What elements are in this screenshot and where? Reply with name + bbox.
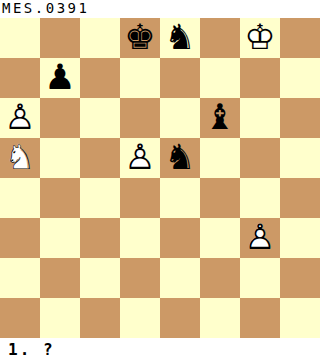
- square-d2[interactable]: [120, 258, 160, 298]
- square-b4[interactable]: [40, 178, 80, 218]
- chess-puzzle-window: MES.0391 ♚♞♚♔♟♟♙♝♞♘♟♙♞♟♙ 1. ?: [0, 0, 320, 360]
- square-d1[interactable]: [120, 298, 160, 338]
- square-e1[interactable]: [160, 298, 200, 338]
- square-g8[interactable]: ♚♔: [240, 18, 280, 58]
- square-b3[interactable]: [40, 218, 80, 258]
- square-g3[interactable]: ♟♙: [240, 218, 280, 258]
- piece-white-pawn: ♟♙: [0, 98, 40, 138]
- chess-board: ♚♞♚♔♟♟♙♝♞♘♟♙♞♟♙: [0, 18, 320, 338]
- square-b6[interactable]: [40, 98, 80, 138]
- square-f8[interactable]: [200, 18, 240, 58]
- square-b5[interactable]: [40, 138, 80, 178]
- piece-black-bishop: ♝: [200, 98, 240, 138]
- square-h8[interactable]: [280, 18, 320, 58]
- square-h5[interactable]: [280, 138, 320, 178]
- square-f1[interactable]: [200, 298, 240, 338]
- square-c6[interactable]: [80, 98, 120, 138]
- move-prompt: 1. ?: [0, 338, 320, 360]
- piece-white-knight: ♞♘: [0, 138, 40, 178]
- piece-black-knight: ♞: [160, 138, 200, 178]
- square-b2[interactable]: [40, 258, 80, 298]
- square-e6[interactable]: [160, 98, 200, 138]
- square-a5[interactable]: ♞♘: [0, 138, 40, 178]
- square-h2[interactable]: [280, 258, 320, 298]
- square-c5[interactable]: [80, 138, 120, 178]
- square-c1[interactable]: [80, 298, 120, 338]
- square-b7[interactable]: ♟: [40, 58, 80, 98]
- piece-white-king: ♚♔: [240, 18, 280, 58]
- square-e7[interactable]: [160, 58, 200, 98]
- square-e5[interactable]: ♞: [160, 138, 200, 178]
- square-e3[interactable]: [160, 218, 200, 258]
- square-c4[interactable]: [80, 178, 120, 218]
- piece-white-pawn: ♟♙: [120, 138, 160, 178]
- square-a1[interactable]: [0, 298, 40, 338]
- square-a4[interactable]: [0, 178, 40, 218]
- square-a3[interactable]: [0, 218, 40, 258]
- square-h3[interactable]: [280, 218, 320, 258]
- square-a7[interactable]: [0, 58, 40, 98]
- square-c8[interactable]: [80, 18, 120, 58]
- square-d5[interactable]: ♟♙: [120, 138, 160, 178]
- square-d7[interactable]: [120, 58, 160, 98]
- square-e4[interactable]: [160, 178, 200, 218]
- square-f3[interactable]: [200, 218, 240, 258]
- square-h4[interactable]: [280, 178, 320, 218]
- square-f4[interactable]: [200, 178, 240, 218]
- square-h1[interactable]: [280, 298, 320, 338]
- square-f2[interactable]: [200, 258, 240, 298]
- square-f5[interactable]: [200, 138, 240, 178]
- square-e2[interactable]: [160, 258, 200, 298]
- square-g6[interactable]: [240, 98, 280, 138]
- square-c2[interactable]: [80, 258, 120, 298]
- square-e8[interactable]: ♞: [160, 18, 200, 58]
- square-a6[interactable]: ♟♙: [0, 98, 40, 138]
- square-d6[interactable]: [120, 98, 160, 138]
- square-g1[interactable]: [240, 298, 280, 338]
- piece-white-pawn: ♟♙: [240, 218, 280, 258]
- square-c3[interactable]: [80, 218, 120, 258]
- piece-black-knight: ♞: [160, 18, 200, 58]
- square-h6[interactable]: [280, 98, 320, 138]
- square-g2[interactable]: [240, 258, 280, 298]
- piece-black-pawn: ♟: [40, 58, 80, 98]
- square-d8[interactable]: ♚: [120, 18, 160, 58]
- square-a8[interactable]: [0, 18, 40, 58]
- square-d4[interactable]: [120, 178, 160, 218]
- square-b8[interactable]: [40, 18, 80, 58]
- piece-black-king: ♚: [120, 18, 160, 58]
- square-g7[interactable]: [240, 58, 280, 98]
- square-g4[interactable]: [240, 178, 280, 218]
- square-c7[interactable]: [80, 58, 120, 98]
- square-g5[interactable]: [240, 138, 280, 178]
- square-f6[interactable]: ♝: [200, 98, 240, 138]
- square-a2[interactable]: [0, 258, 40, 298]
- square-h7[interactable]: [280, 58, 320, 98]
- square-b1[interactable]: [40, 298, 80, 338]
- puzzle-id-title: MES.0391: [0, 0, 320, 18]
- square-d3[interactable]: [120, 218, 160, 258]
- square-f7[interactable]: [200, 58, 240, 98]
